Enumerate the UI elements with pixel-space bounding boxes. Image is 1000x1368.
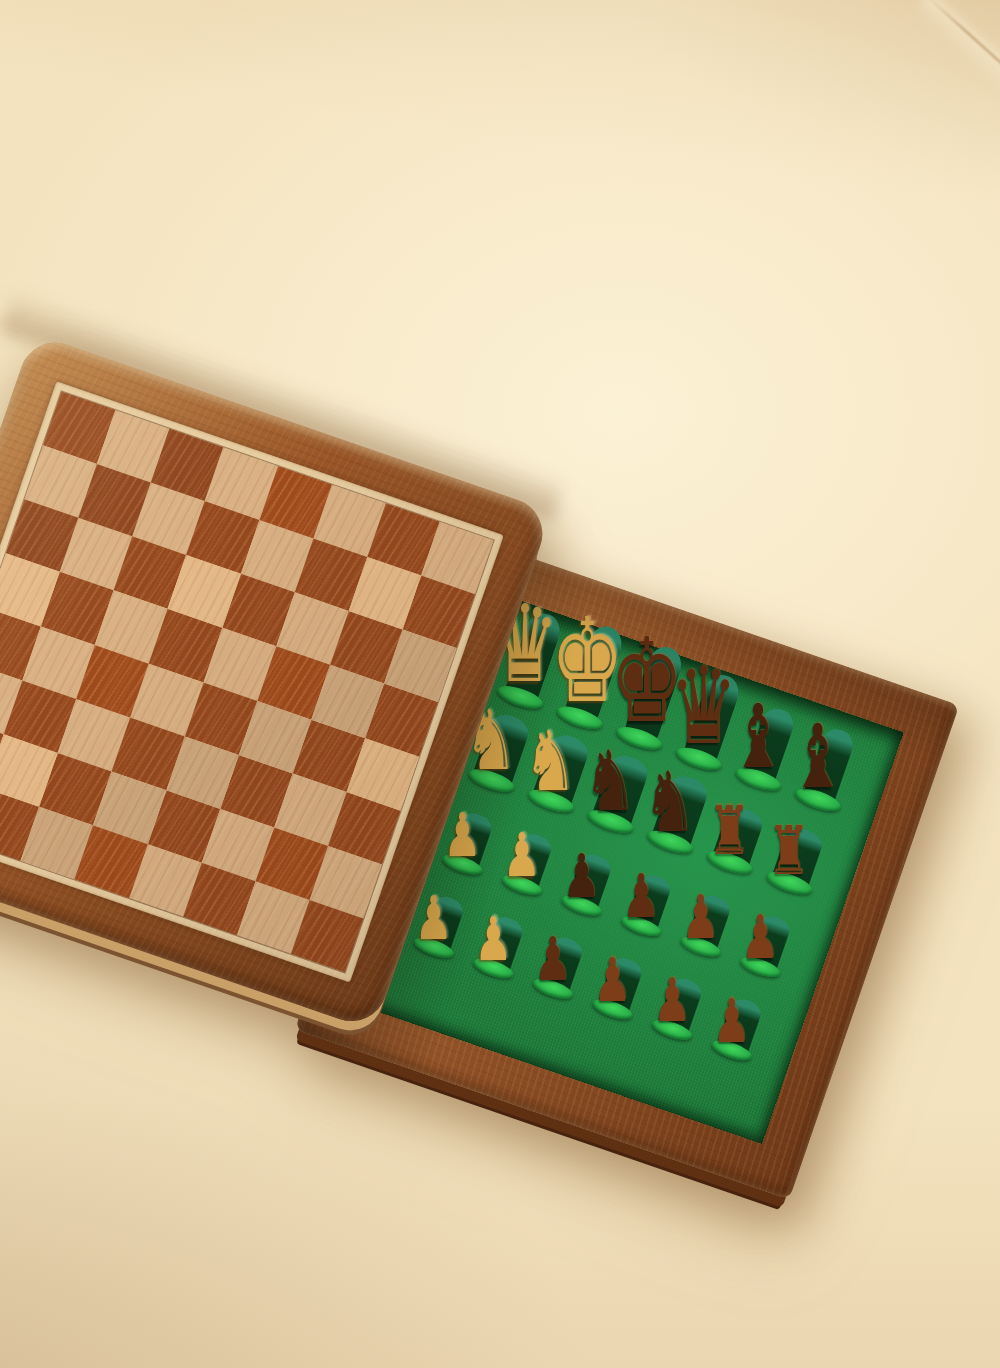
photo-scene: ♛♚♚♛♝♝♞♞♞♞♜♜♟♟♟♟♟♟♟♟♟♟♟♟ bbox=[0, 0, 1000, 1368]
chess-box-set: ♛♚♚♛♝♝♞♞♞♞♜♜♟♟♟♟♟♟♟♟♟♟♟♟ bbox=[0, 0, 1000, 1368]
